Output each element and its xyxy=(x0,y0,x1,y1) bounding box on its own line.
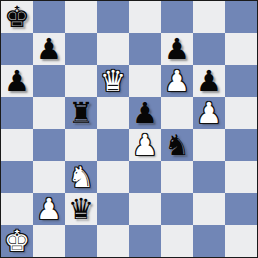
square-d6[interactable]: ♛ xyxy=(97,65,129,97)
white-pawn-b2: ♟ xyxy=(36,193,62,225)
square-d4[interactable] xyxy=(97,129,129,161)
square-h2[interactable] xyxy=(225,193,257,225)
square-d5[interactable] xyxy=(97,97,129,129)
white-king-a1: ♚ xyxy=(4,225,30,257)
square-b5[interactable] xyxy=(33,97,65,129)
square-f6[interactable]: ♟ xyxy=(161,65,193,97)
square-d8[interactable] xyxy=(97,1,129,33)
square-e3[interactable] xyxy=(129,161,161,193)
square-e1[interactable] xyxy=(129,225,161,257)
white-pawn-g5: ♟ xyxy=(196,97,222,129)
square-g7[interactable] xyxy=(193,33,225,65)
square-b2[interactable]: ♟ xyxy=(33,193,65,225)
square-d3[interactable] xyxy=(97,161,129,193)
square-g1[interactable] xyxy=(193,225,225,257)
square-d7[interactable] xyxy=(97,33,129,65)
black-rook-c5: ♜ xyxy=(68,97,94,129)
square-a2[interactable] xyxy=(1,193,33,225)
black-knight-f4: ♞ xyxy=(164,129,190,161)
square-f3[interactable] xyxy=(161,161,193,193)
square-g5[interactable]: ♟ xyxy=(193,97,225,129)
square-g3[interactable] xyxy=(193,161,225,193)
square-f5[interactable] xyxy=(161,97,193,129)
square-b4[interactable] xyxy=(33,129,65,161)
square-c8[interactable] xyxy=(65,1,97,33)
square-c3[interactable]: ♞ xyxy=(65,161,97,193)
square-f4[interactable]: ♞ xyxy=(161,129,193,161)
square-c4[interactable] xyxy=(65,129,97,161)
white-knight-c3: ♞ xyxy=(68,161,94,193)
square-b1[interactable] xyxy=(33,225,65,257)
square-h7[interactable] xyxy=(225,33,257,65)
square-b3[interactable] xyxy=(33,161,65,193)
black-pawn-e5: ♟ xyxy=(132,97,158,129)
black-pawn-f7: ♟ xyxy=(164,33,190,65)
square-d1[interactable] xyxy=(97,225,129,257)
square-g8[interactable] xyxy=(193,1,225,33)
square-f8[interactable] xyxy=(161,1,193,33)
square-h1[interactable] xyxy=(225,225,257,257)
square-c7[interactable] xyxy=(65,33,97,65)
square-b6[interactable] xyxy=(33,65,65,97)
square-a5[interactable] xyxy=(1,97,33,129)
square-f7[interactable]: ♟ xyxy=(161,33,193,65)
black-queen-c2: ♛ xyxy=(68,193,94,225)
square-c1[interactable] xyxy=(65,225,97,257)
square-e7[interactable] xyxy=(129,33,161,65)
square-a3[interactable] xyxy=(1,161,33,193)
square-a7[interactable] xyxy=(1,33,33,65)
square-h6[interactable] xyxy=(225,65,257,97)
square-h8[interactable] xyxy=(225,1,257,33)
square-c5[interactable]: ♜ xyxy=(65,97,97,129)
black-king-a8: ♚ xyxy=(4,1,30,33)
chess-board-grid: ♚♟♟♟♛♟♟♜♟♟♟♞♞♟♛♚ xyxy=(1,1,257,257)
square-b7[interactable]: ♟ xyxy=(33,33,65,65)
square-a4[interactable] xyxy=(1,129,33,161)
square-d2[interactable] xyxy=(97,193,129,225)
square-e6[interactable] xyxy=(129,65,161,97)
black-pawn-g6: ♟ xyxy=(196,65,222,97)
square-a6[interactable]: ♟ xyxy=(1,65,33,97)
white-queen-d6: ♛ xyxy=(100,65,126,97)
chess-board: ♚♟♟♟♛♟♟♜♟♟♟♞♞♟♛♚ xyxy=(0,0,258,258)
black-pawn-b7: ♟ xyxy=(36,33,62,65)
square-c2[interactable]: ♛ xyxy=(65,193,97,225)
square-e8[interactable] xyxy=(129,1,161,33)
square-h5[interactable] xyxy=(225,97,257,129)
square-e4[interactable]: ♟ xyxy=(129,129,161,161)
black-pawn-a6: ♟ xyxy=(4,65,30,97)
square-e5[interactable]: ♟ xyxy=(129,97,161,129)
square-b8[interactable] xyxy=(33,1,65,33)
square-f1[interactable] xyxy=(161,225,193,257)
square-h4[interactable] xyxy=(225,129,257,161)
square-e2[interactable] xyxy=(129,193,161,225)
square-g2[interactable] xyxy=(193,193,225,225)
square-h3[interactable] xyxy=(225,161,257,193)
square-g6[interactable]: ♟ xyxy=(193,65,225,97)
square-c6[interactable] xyxy=(65,65,97,97)
square-f2[interactable] xyxy=(161,193,193,225)
square-a8[interactable]: ♚ xyxy=(1,1,33,33)
white-pawn-e4: ♟ xyxy=(132,129,158,161)
square-g4[interactable] xyxy=(193,129,225,161)
white-pawn-f6: ♟ xyxy=(164,65,190,97)
square-a1[interactable]: ♚ xyxy=(1,225,33,257)
